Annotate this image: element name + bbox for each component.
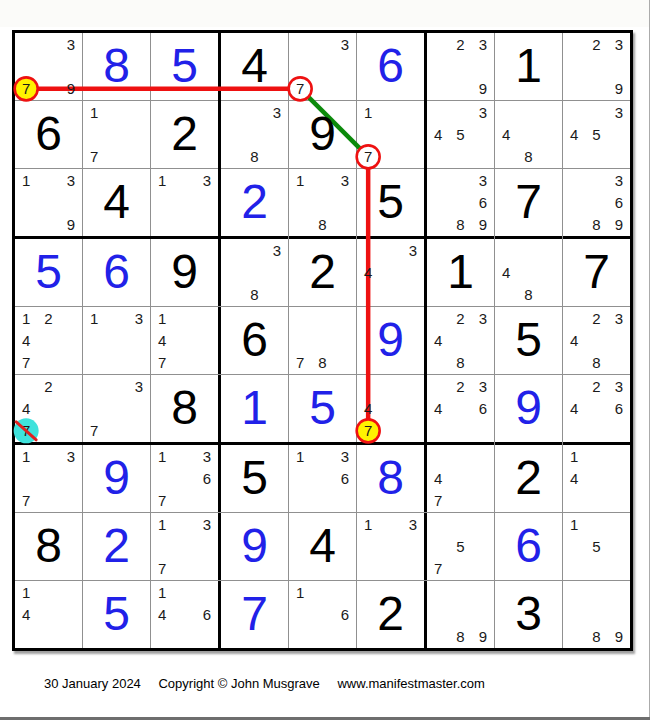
candidate-grid: 247 (15, 375, 82, 442)
candidate-1: 1 (15, 169, 37, 191)
cell-r6c2[interactable]: 37 (83, 375, 150, 442)
candidate-3: 3 (60, 33, 82, 55)
candidate-3: 3 (608, 101, 630, 123)
cell-r4c6[interactable]: 34 (357, 239, 424, 306)
candidate-9: 9 (472, 78, 494, 100)
cell-value: 1 (221, 375, 288, 442)
candidate-4: 4 (357, 261, 379, 283)
candidate-7: 7 (83, 146, 105, 168)
cell-value: 5 (83, 581, 150, 648)
cell-value: 3 (495, 581, 562, 648)
cell-r2c1[interactable]: 6 (15, 101, 82, 168)
candidate-grid: 13 (83, 307, 150, 374)
candidate-grid: 89 (427, 581, 494, 648)
candidate-2: 2 (585, 33, 607, 55)
cell-r3c3[interactable]: 13 (151, 169, 218, 236)
cell-r9c7[interactable]: 89 (427, 581, 494, 648)
candidate-9: 9 (60, 78, 82, 100)
candidate-4: 4 (495, 261, 517, 283)
cell-value: 7 (495, 169, 562, 236)
candidate-4: 4 (357, 397, 379, 419)
candidate-3: 3 (266, 101, 288, 123)
candidate-grid: 239 (563, 33, 630, 100)
candidate-3: 3 (128, 307, 150, 329)
cell-value: 9 (221, 513, 288, 580)
cell-value: 4 (289, 513, 356, 580)
candidate-3: 3 (472, 375, 494, 397)
candidate-4: 4 (563, 329, 585, 351)
candidate-3: 3 (402, 239, 424, 261)
cell-r7c3[interactable]: 1367 (151, 445, 218, 512)
cell-value: 2 (357, 581, 424, 648)
candidate-grid: 37 (289, 33, 356, 100)
cell-value: 5 (495, 307, 562, 374)
cell-r5c8[interactable]: 5 (495, 307, 562, 374)
cell-value: 8 (357, 445, 424, 512)
candidate-3: 3 (608, 375, 630, 397)
cell-r5c7[interactable]: 2348 (427, 307, 494, 374)
cell-r6c6[interactable]: 47 (357, 375, 424, 442)
candidate-3: 3 (608, 307, 630, 329)
candidate-grid: 34 (357, 239, 424, 306)
candidate-8: 8 (517, 284, 539, 306)
candidate-1: 1 (563, 445, 585, 467)
cell-r6c3[interactable]: 8 (151, 375, 218, 442)
candidate-1: 1 (151, 581, 173, 603)
cell-r7c2[interactable]: 9 (83, 445, 150, 512)
candidate-grid: 89 (563, 581, 630, 648)
candidate-4: 4 (15, 603, 37, 625)
candidate-1: 1 (289, 445, 311, 467)
candidate-grid: 47 (427, 445, 494, 512)
candidate-7: 7 (15, 420, 37, 442)
cell-r8c8[interactable]: 6 (495, 513, 562, 580)
candidate-grid: 13 (151, 169, 218, 236)
cell-r7c9[interactable]: 14 (563, 445, 630, 512)
cell-value: 2 (289, 239, 356, 306)
footer-date: 30 January 2024 (44, 676, 141, 691)
cell-r9c5[interactable]: 16 (289, 581, 356, 648)
cell-value: 4 (221, 33, 288, 100)
cell-value: 2 (83, 513, 150, 580)
candidate-3: 3 (60, 169, 82, 191)
cell-r3c1[interactable]: 139 (15, 169, 82, 236)
candidate-2: 2 (449, 307, 471, 329)
cell-r2c2[interactable]: 17 (83, 101, 150, 168)
candidate-3: 3 (608, 169, 630, 191)
candidate-1: 1 (15, 445, 37, 467)
cell-value: 2 (221, 169, 288, 236)
footer: 30 January 2024 Copyright © John Musgrav… (44, 676, 499, 691)
cell-value: 8 (83, 33, 150, 100)
cell-r5c6[interactable]: 9 (357, 307, 424, 374)
cell-r3c6[interactable]: 5 (357, 169, 424, 236)
candidate-5: 5 (449, 123, 471, 145)
candidate-1: 1 (151, 513, 173, 535)
candidate-3: 3 (334, 169, 356, 191)
cell-r4c8[interactable]: 48 (495, 239, 562, 306)
candidate-grid: 15 (563, 513, 630, 580)
candidate-grid: 13 (357, 513, 424, 580)
candidate-4: 4 (427, 467, 449, 489)
candidate-grid: 14 (15, 581, 82, 648)
cell-value: 1 (495, 33, 562, 100)
candidate-1: 1 (357, 101, 379, 123)
candidate-grid: 17 (357, 101, 424, 168)
candidate-7: 7 (289, 352, 311, 374)
candidate-4: 4 (427, 329, 449, 351)
candidate-3: 3 (128, 375, 150, 397)
cell-r1c3[interactable]: 5 (151, 33, 218, 100)
candidate-2: 2 (449, 33, 471, 55)
cell-r1c6[interactable]: 6 (357, 33, 424, 100)
cell-r1c1[interactable]: 379 (15, 33, 82, 100)
candidate-4: 4 (563, 467, 585, 489)
candidate-grid: 78 (289, 307, 356, 374)
candidate-2: 2 (449, 375, 471, 397)
cell-value: 6 (221, 307, 288, 374)
candidate-7: 7 (151, 352, 173, 374)
candidate-4: 4 (151, 329, 173, 351)
cell-r3c7[interactable]: 3689 (427, 169, 494, 236)
cell-r9c6[interactable]: 2 (357, 581, 424, 648)
cell-r4c9[interactable]: 7 (563, 239, 630, 306)
cell-r1c5[interactable]: 37 (289, 33, 356, 100)
cell-r1c8[interactable]: 1 (495, 33, 562, 100)
candidate-grid: 239 (427, 33, 494, 100)
candidate-grid: 1367 (151, 445, 218, 512)
cell-value: 8 (15, 513, 82, 580)
candidate-9: 9 (472, 214, 494, 236)
candidate-7: 7 (151, 558, 173, 580)
cell-value: 9 (151, 239, 218, 306)
candidate-grid: 37 (83, 375, 150, 442)
candidate-3: 3 (196, 513, 218, 535)
candidate-7: 7 (15, 78, 37, 100)
candidate-1: 1 (83, 307, 105, 329)
candidate-2: 2 (37, 375, 59, 397)
candidate-grid: 47 (357, 375, 424, 442)
cell-r9c9[interactable]: 89 (563, 581, 630, 648)
candidate-grid: 2346 (563, 375, 630, 442)
candidate-6: 6 (472, 191, 494, 213)
cell-r2c3[interactable]: 2 (151, 101, 218, 168)
candidate-9: 9 (608, 626, 630, 648)
cell-value: 9 (495, 375, 562, 442)
candidate-8: 8 (517, 146, 539, 168)
candidate-3: 3 (334, 33, 356, 55)
candidate-8: 8 (311, 214, 333, 236)
footer-copyright: Copyright © John Musgrave (158, 676, 319, 691)
candidate-8: 8 (243, 284, 265, 306)
candidate-6: 6 (334, 603, 356, 625)
cell-r6c8[interactable]: 9 (495, 375, 562, 442)
cell-r6c9[interactable]: 2346 (563, 375, 630, 442)
cell-r8c2[interactable]: 2 (83, 513, 150, 580)
candidate-grid: 16 (289, 581, 356, 648)
cell-value: 9 (289, 101, 356, 168)
cell-value: 6 (357, 33, 424, 100)
candidate-9: 9 (60, 214, 82, 236)
cell-r2c8[interactable]: 48 (495, 101, 562, 168)
candidate-7: 7 (357, 420, 379, 442)
cell-r6c5[interactable]: 5 (289, 375, 356, 442)
cell-r2c5[interactable]: 9 (289, 101, 356, 168)
candidate-4: 4 (15, 397, 37, 419)
cell-value: 9 (357, 307, 424, 374)
cell-r3c2[interactable]: 4 (83, 169, 150, 236)
cell-r8c7[interactable]: 57 (427, 513, 494, 580)
candidate-9: 9 (472, 626, 494, 648)
cell-r9c8[interactable]: 3 (495, 581, 562, 648)
cell-r8c9[interactable]: 15 (563, 513, 630, 580)
candidate-6: 6 (196, 467, 218, 489)
candidate-2: 2 (37, 307, 59, 329)
cell-value: 5 (289, 375, 356, 442)
candidate-grid: 379 (15, 33, 82, 100)
cell-r6c4[interactable]: 1 (221, 375, 288, 442)
candidate-grid: 48 (495, 101, 562, 168)
candidate-7: 7 (427, 490, 449, 512)
cell-value: 6 (83, 239, 150, 306)
cell-r2c7[interactable]: 345 (427, 101, 494, 168)
cell-r4c1[interactable]: 5 (15, 239, 82, 306)
candidate-1: 1 (563, 513, 585, 535)
candidate-3: 3 (472, 33, 494, 55)
candidate-grid: 136 (289, 445, 356, 512)
top-strip (0, 0, 650, 27)
candidate-5: 5 (585, 535, 607, 557)
candidate-grid: 38 (221, 101, 288, 168)
candidate-3: 3 (402, 513, 424, 535)
cell-r7c7[interactable]: 47 (427, 445, 494, 512)
cell-value: 9 (83, 445, 150, 512)
candidate-4: 4 (495, 123, 517, 145)
candidate-grid: 57 (427, 513, 494, 580)
cell-r5c4[interactable]: 6 (221, 307, 288, 374)
cell-r3c4[interactable]: 2 (221, 169, 288, 236)
cell-r8c1[interactable]: 8 (15, 513, 82, 580)
cell-r9c4[interactable]: 7 (221, 581, 288, 648)
candidate-grid: 48 (495, 239, 562, 306)
candidate-3: 3 (608, 33, 630, 55)
cell-r9c3[interactable]: 146 (151, 581, 218, 648)
footer-website: www.manifestmaster.com (337, 676, 484, 691)
candidate-7: 7 (83, 420, 105, 442)
candidate-8: 8 (449, 214, 471, 236)
candidate-8: 8 (449, 352, 471, 374)
cell-r9c2[interactable]: 5 (83, 581, 150, 648)
cell-r1c4[interactable]: 4 (221, 33, 288, 100)
cell-value: 2 (495, 445, 562, 512)
candidate-5: 5 (585, 123, 607, 145)
cell-r1c7[interactable]: 239 (427, 33, 494, 100)
candidate-grid: 345 (563, 101, 630, 168)
candidate-grid: 147 (151, 307, 218, 374)
cell-r5c3[interactable]: 147 (151, 307, 218, 374)
cell-r2c4[interactable]: 38 (221, 101, 288, 168)
cell-value: 7 (563, 239, 630, 306)
candidate-3: 3 (60, 445, 82, 467)
cell-r3c9[interactable]: 3689 (563, 169, 630, 236)
candidate-grid: 38 (221, 239, 288, 306)
cell-r4c5[interactable]: 2 (289, 239, 356, 306)
cell-r5c5[interactable]: 78 (289, 307, 356, 374)
candidate-3: 3 (472, 101, 494, 123)
candidate-8: 8 (585, 352, 607, 374)
candidate-4: 4 (427, 397, 449, 419)
candidate-1: 1 (83, 101, 105, 123)
candidate-5: 5 (449, 535, 471, 557)
candidate-2: 2 (585, 307, 607, 329)
candidate-1: 1 (289, 581, 311, 603)
candidate-7: 7 (15, 352, 37, 374)
candidate-3: 3 (266, 239, 288, 261)
candidate-grid: 14 (563, 445, 630, 512)
cell-value: 6 (495, 513, 562, 580)
candidate-8: 8 (585, 626, 607, 648)
candidate-grid: 2348 (563, 307, 630, 374)
cell-r5c9[interactable]: 2348 (563, 307, 630, 374)
candidate-1: 1 (15, 307, 37, 329)
candidate-4: 4 (563, 123, 585, 145)
candidate-4: 4 (15, 329, 37, 351)
cell-r1c9[interactable]: 239 (563, 33, 630, 100)
candidate-1: 1 (15, 581, 37, 603)
candidate-grid: 3689 (563, 169, 630, 236)
candidate-7: 7 (427, 558, 449, 580)
candidate-grid: 138 (289, 169, 356, 236)
cell-r5c1[interactable]: 1247 (15, 307, 82, 374)
cell-r5c2[interactable]: 13 (83, 307, 150, 374)
candidate-7: 7 (289, 78, 311, 100)
cell-value: 2 (151, 101, 218, 168)
candidate-4: 4 (563, 397, 585, 419)
candidate-2: 2 (585, 375, 607, 397)
cell-value: 5 (15, 239, 82, 306)
candidate-4: 4 (151, 603, 173, 625)
cell-r1c2[interactable]: 8 (83, 33, 150, 100)
cell-r7c5[interactable]: 136 (289, 445, 356, 512)
candidate-8: 8 (311, 352, 333, 374)
cell-r8c6[interactable]: 13 (357, 513, 424, 580)
candidate-grid: 2348 (427, 307, 494, 374)
candidate-grid: 137 (15, 445, 82, 512)
candidate-grid: 2346 (427, 375, 494, 442)
candidate-6: 6 (334, 467, 356, 489)
cell-r2c6[interactable]: 17 (357, 101, 424, 168)
candidate-8: 8 (585, 214, 607, 236)
candidate-3: 3 (472, 169, 494, 191)
sudoku-board: 3798543762391239617238917345483451394132… (12, 30, 633, 651)
candidate-1: 1 (151, 445, 173, 467)
candidate-grid: 1247 (15, 307, 82, 374)
candidate-grid: 139 (15, 169, 82, 236)
cell-r4c3[interactable]: 9 (151, 239, 218, 306)
cell-value: 6 (15, 101, 82, 168)
candidate-6: 6 (608, 397, 630, 419)
cell-r7c4[interactable]: 5 (221, 445, 288, 512)
cell-r3c8[interactable]: 7 (495, 169, 562, 236)
candidate-1: 1 (151, 169, 173, 191)
candidate-grid: 3689 (427, 169, 494, 236)
cell-value: 8 (151, 375, 218, 442)
cell-value: 4 (83, 169, 150, 236)
cell-r7c6[interactable]: 8 (357, 445, 424, 512)
candidate-9: 9 (608, 78, 630, 100)
candidate-8: 8 (449, 626, 471, 648)
cell-r9c1[interactable]: 14 (15, 581, 82, 648)
cell-value: 1 (427, 239, 494, 306)
candidate-grid: 345 (427, 101, 494, 168)
cell-value: 5 (357, 169, 424, 236)
cell-r6c1[interactable]: 247 (15, 375, 82, 442)
candidate-3: 3 (334, 445, 356, 467)
candidate-3: 3 (196, 445, 218, 467)
cell-r4c7[interactable]: 1 (427, 239, 494, 306)
candidate-7: 7 (151, 490, 173, 512)
candidate-grid: 17 (83, 101, 150, 168)
candidate-4: 4 (427, 123, 449, 145)
candidate-1: 1 (289, 169, 311, 191)
cell-r6c7[interactable]: 2346 (427, 375, 494, 442)
candidate-grid: 146 (151, 581, 218, 648)
candidate-6: 6 (196, 603, 218, 625)
cell-r8c3[interactable]: 137 (151, 513, 218, 580)
cell-value: 7 (221, 581, 288, 648)
cell-r2c9[interactable]: 345 (563, 101, 630, 168)
candidate-grid: 137 (151, 513, 218, 580)
candidate-1: 1 (357, 513, 379, 535)
cell-r4c2[interactable]: 6 (83, 239, 150, 306)
candidate-9: 9 (608, 214, 630, 236)
candidate-8: 8 (243, 146, 265, 168)
candidate-7: 7 (357, 146, 379, 168)
candidate-6: 6 (608, 191, 630, 213)
cell-r8c5[interactable]: 4 (289, 513, 356, 580)
candidate-1: 1 (151, 307, 173, 329)
cell-r8c4[interactable]: 9 (221, 513, 288, 580)
cell-value: 5 (221, 445, 288, 512)
cell-r4c4[interactable]: 38 (221, 239, 288, 306)
candidate-7: 7 (15, 490, 37, 512)
candidate-3: 3 (196, 169, 218, 191)
candidate-6: 6 (472, 397, 494, 419)
candidate-3: 3 (472, 307, 494, 329)
cell-r3c5[interactable]: 138 (289, 169, 356, 236)
cell-r7c1[interactable]: 137 (15, 445, 82, 512)
cell-value: 5 (151, 33, 218, 100)
cell-r7c8[interactable]: 2 (495, 445, 562, 512)
